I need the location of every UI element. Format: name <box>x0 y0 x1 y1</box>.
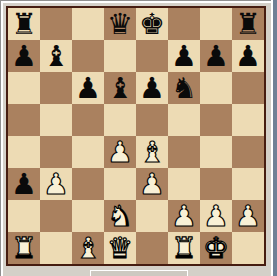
square-d6[interactable]: ♝ <box>104 72 136 104</box>
square-f4[interactable] <box>168 136 200 168</box>
square-e6[interactable]: ♟ <box>136 72 168 104</box>
black-queen[interactable]: ♛ <box>107 8 133 40</box>
white-king[interactable]: ♚ <box>203 232 229 264</box>
square-f6[interactable]: ♞ <box>168 72 200 104</box>
adjacent-window-strip <box>273 0 277 276</box>
window-edge-top <box>0 0 277 1</box>
square-g2[interactable]: ♟ <box>200 200 232 232</box>
square-g1[interactable]: ♚ <box>200 232 232 264</box>
square-a3[interactable]: ♟ <box>8 168 40 200</box>
square-c7[interactable] <box>72 40 104 72</box>
chess-board[interactable]: ♜♛♚♜♟♝♟♟♟♟♝♟♞♟♝♟♟♟♞♟♟♟♜♝♛♜♚ <box>8 8 264 264</box>
square-a1[interactable]: ♜ <box>8 232 40 264</box>
black-bishop[interactable]: ♝ <box>43 40 69 72</box>
bottom-partial-widget <box>90 270 188 276</box>
square-e4[interactable]: ♝ <box>136 136 168 168</box>
square-e5[interactable] <box>136 104 168 136</box>
black-pawn[interactable]: ♟ <box>203 40 229 72</box>
square-e1[interactable] <box>136 232 168 264</box>
black-pawn[interactable]: ♟ <box>171 40 197 72</box>
white-rook[interactable]: ♜ <box>171 232 197 264</box>
square-h6[interactable] <box>232 72 264 104</box>
square-b1[interactable] <box>40 232 72 264</box>
black-pawn[interactable]: ♟ <box>11 168 37 200</box>
square-d1[interactable]: ♛ <box>104 232 136 264</box>
square-b8[interactable] <box>40 8 72 40</box>
square-f8[interactable] <box>168 8 200 40</box>
square-e8[interactable]: ♚ <box>136 8 168 40</box>
square-e3[interactable]: ♟ <box>136 168 168 200</box>
square-d3[interactable] <box>104 168 136 200</box>
square-f3[interactable] <box>168 168 200 200</box>
black-pawn[interactable]: ♟ <box>235 40 261 72</box>
square-f5[interactable] <box>168 104 200 136</box>
square-d7[interactable] <box>104 40 136 72</box>
square-b5[interactable] <box>40 104 72 136</box>
square-h3[interactable] <box>232 168 264 200</box>
square-b2[interactable] <box>40 200 72 232</box>
square-f7[interactable]: ♟ <box>168 40 200 72</box>
square-a4[interactable] <box>8 136 40 168</box>
window-edge-left <box>0 0 1 276</box>
square-h5[interactable] <box>232 104 264 136</box>
square-h7[interactable]: ♟ <box>232 40 264 72</box>
black-rook[interactable]: ♜ <box>11 8 37 40</box>
square-a7[interactable]: ♟ <box>8 40 40 72</box>
square-a5[interactable] <box>8 104 40 136</box>
white-pawn[interactable]: ♟ <box>235 200 261 232</box>
square-d5[interactable] <box>104 104 136 136</box>
square-d8[interactable]: ♛ <box>104 8 136 40</box>
square-h2[interactable]: ♟ <box>232 200 264 232</box>
black-bishop[interactable]: ♝ <box>107 72 133 104</box>
square-a6[interactable] <box>8 72 40 104</box>
square-b4[interactable] <box>40 136 72 168</box>
white-pawn[interactable]: ♟ <box>171 200 197 232</box>
square-b6[interactable] <box>40 72 72 104</box>
white-pawn[interactable]: ♟ <box>107 136 133 168</box>
square-f1[interactable]: ♜ <box>168 232 200 264</box>
square-g8[interactable] <box>200 8 232 40</box>
black-knight[interactable]: ♞ <box>171 72 197 104</box>
black-rook[interactable]: ♜ <box>235 8 261 40</box>
square-c2[interactable] <box>72 200 104 232</box>
square-c5[interactable] <box>72 104 104 136</box>
white-pawn[interactable]: ♟ <box>139 168 165 200</box>
black-pawn[interactable]: ♟ <box>75 72 101 104</box>
square-c3[interactable] <box>72 168 104 200</box>
square-c6[interactable]: ♟ <box>72 72 104 104</box>
square-c1[interactable]: ♝ <box>72 232 104 264</box>
square-d2[interactable]: ♞ <box>104 200 136 232</box>
white-bishop[interactable]: ♝ <box>75 232 101 264</box>
white-pawn[interactable]: ♟ <box>203 200 229 232</box>
square-b3[interactable]: ♟ <box>40 168 72 200</box>
square-c8[interactable] <box>72 8 104 40</box>
board-frame: ♜♛♚♜♟♝♟♟♟♟♝♟♞♟♝♟♟♟♞♟♟♟♜♝♛♜♚ <box>6 6 266 266</box>
square-b7[interactable]: ♝ <box>40 40 72 72</box>
white-pawn[interactable]: ♟ <box>43 168 69 200</box>
square-h4[interactable] <box>232 136 264 168</box>
square-g5[interactable] <box>200 104 232 136</box>
square-h1[interactable] <box>232 232 264 264</box>
black-pawn[interactable]: ♟ <box>11 40 37 72</box>
square-c4[interactable] <box>72 136 104 168</box>
black-king[interactable]: ♚ <box>139 8 165 40</box>
white-bishop[interactable]: ♝ <box>139 136 165 168</box>
square-f2[interactable]: ♟ <box>168 200 200 232</box>
white-knight[interactable]: ♞ <box>107 200 133 232</box>
square-g6[interactable] <box>200 72 232 104</box>
black-pawn[interactable]: ♟ <box>139 72 165 104</box>
square-a2[interactable] <box>8 200 40 232</box>
white-queen[interactable]: ♛ <box>107 232 133 264</box>
square-e7[interactable] <box>136 40 168 72</box>
square-g7[interactable]: ♟ <box>200 40 232 72</box>
square-h8[interactable]: ♜ <box>232 8 264 40</box>
square-d4[interactable]: ♟ <box>104 136 136 168</box>
white-rook[interactable]: ♜ <box>11 232 37 264</box>
square-g4[interactable] <box>200 136 232 168</box>
square-e2[interactable] <box>136 200 168 232</box>
square-g3[interactable] <box>200 168 232 200</box>
square-a8[interactable]: ♜ <box>8 8 40 40</box>
